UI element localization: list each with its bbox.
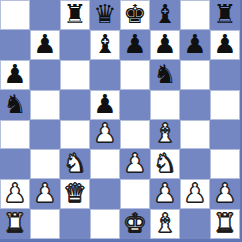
- square-h1[interactable]: ♜: [210, 209, 240, 239]
- white-pawn-b2[interactable]: ♟: [33, 180, 56, 206]
- square-a8[interactable]: [0, 0, 30, 30]
- square-e3[interactable]: ♟: [120, 149, 150, 179]
- square-a1[interactable]: ♜: [0, 209, 30, 239]
- square-b8[interactable]: [30, 0, 60, 30]
- black-queen-d8[interactable]: ♛: [93, 1, 116, 27]
- white-bishop-f1[interactable]: ♝: [153, 210, 176, 236]
- square-h8[interactable]: ♜: [210, 0, 240, 30]
- square-g1[interactable]: [180, 209, 210, 239]
- square-b4[interactable]: [30, 120, 60, 150]
- white-knight-c3[interactable]: ♞: [63, 150, 86, 176]
- square-g4[interactable]: [180, 120, 210, 150]
- white-pawn-a2[interactable]: ♟: [3, 180, 26, 206]
- square-a5[interactable]: ♞: [0, 90, 30, 120]
- black-pawn-e7[interactable]: ♟: [123, 31, 146, 57]
- white-knight-f3[interactable]: ♞: [153, 150, 176, 176]
- square-d5[interactable]: ♟: [90, 90, 120, 120]
- square-f3[interactable]: ♞: [150, 149, 180, 179]
- square-a3[interactable]: [0, 149, 30, 179]
- white-pawn-f2[interactable]: ♟: [153, 180, 176, 206]
- white-queen-c2[interactable]: ♛: [63, 180, 86, 206]
- square-e1[interactable]: ♚: [120, 209, 150, 239]
- black-knight-a5[interactable]: ♞: [3, 91, 26, 117]
- square-b7[interactable]: ♟: [30, 30, 60, 60]
- square-e5[interactable]: [120, 90, 150, 120]
- black-pawn-a6[interactable]: ♟: [3, 61, 26, 87]
- square-c6[interactable]: [60, 60, 90, 90]
- square-f7[interactable]: ♟: [150, 30, 180, 60]
- square-d6[interactable]: [90, 60, 120, 90]
- square-e8[interactable]: ♚: [120, 0, 150, 30]
- white-pawn-g2[interactable]: ♟: [183, 180, 206, 206]
- square-c3[interactable]: ♞: [60, 149, 90, 179]
- square-e6[interactable]: [120, 60, 150, 90]
- square-e7[interactable]: ♟: [120, 30, 150, 60]
- square-a6[interactable]: ♟: [0, 60, 30, 90]
- square-h7[interactable]: ♟: [210, 30, 240, 60]
- square-a2[interactable]: ♟: [0, 179, 30, 209]
- square-g5[interactable]: [180, 90, 210, 120]
- white-rook-h1[interactable]: ♜: [213, 210, 236, 236]
- square-b6[interactable]: [30, 60, 60, 90]
- white-king-e1[interactable]: ♚: [123, 210, 146, 236]
- square-d8[interactable]: ♛: [90, 0, 120, 30]
- square-d3[interactable]: [90, 149, 120, 179]
- square-f5[interactable]: [150, 90, 180, 120]
- black-bishop-f8[interactable]: ♝: [153, 1, 176, 27]
- square-b3[interactable]: [30, 149, 60, 179]
- square-f4[interactable]: ♝: [150, 120, 180, 150]
- square-g8[interactable]: [180, 0, 210, 30]
- black-king-e8[interactable]: ♚: [123, 1, 146, 27]
- square-d7[interactable]: ♝: [90, 30, 120, 60]
- square-h2[interactable]: ♟: [210, 179, 240, 209]
- square-d4[interactable]: ♟: [90, 120, 120, 150]
- square-f6[interactable]: ♞: [150, 60, 180, 90]
- square-d1[interactable]: [90, 209, 120, 239]
- white-pawn-e3[interactable]: ♟: [123, 150, 146, 176]
- square-d2[interactable]: [90, 179, 120, 209]
- square-c5[interactable]: [60, 90, 90, 120]
- white-pawn-d4[interactable]: ♟: [93, 120, 116, 146]
- black-pawn-h7[interactable]: ♟: [213, 31, 236, 57]
- black-pawn-d5[interactable]: ♟: [93, 91, 116, 117]
- square-g2[interactable]: ♟: [180, 179, 210, 209]
- square-c1[interactable]: [60, 209, 90, 239]
- black-rook-h8[interactable]: ♜: [213, 1, 236, 27]
- square-f8[interactable]: ♝: [150, 0, 180, 30]
- square-c8[interactable]: ♜: [60, 0, 90, 30]
- black-rook-c8[interactable]: ♜: [63, 1, 86, 27]
- square-b2[interactable]: ♟: [30, 179, 60, 209]
- square-e4[interactable]: [120, 120, 150, 150]
- white-pawn-h2[interactable]: ♟: [213, 180, 236, 206]
- square-a4[interactable]: [0, 120, 30, 150]
- square-c7[interactable]: [60, 30, 90, 60]
- square-e2[interactable]: [120, 179, 150, 209]
- black-pawn-b7[interactable]: ♟: [33, 31, 56, 57]
- white-bishop-f4[interactable]: ♝: [153, 120, 176, 146]
- square-h4[interactable]: [210, 120, 240, 150]
- black-knight-f6[interactable]: ♞: [153, 61, 176, 87]
- square-a7[interactable]: [0, 30, 30, 60]
- square-c4[interactable]: [60, 120, 90, 150]
- white-rook-a1[interactable]: ♜: [3, 210, 26, 236]
- square-c2[interactable]: ♛: [60, 179, 90, 209]
- black-bishop-d7[interactable]: ♝: [93, 31, 116, 57]
- square-g7[interactable]: ♟: [180, 30, 210, 60]
- black-pawn-g7[interactable]: ♟: [183, 31, 206, 57]
- black-pawn-f7[interactable]: ♟: [153, 31, 176, 57]
- square-b1[interactable]: [30, 209, 60, 239]
- square-b5[interactable]: [30, 90, 60, 120]
- square-f1[interactable]: ♝: [150, 209, 180, 239]
- square-g6[interactable]: [180, 60, 210, 90]
- square-h6[interactable]: [210, 60, 240, 90]
- chess-board: ♜♛♚♝♜♟♝♟♟♟♟♟♞♞♟♟♝♞♟♞♟♟♛♟♟♟♜♚♝♜: [0, 0, 242, 242]
- square-g3[interactable]: [180, 149, 210, 179]
- square-h5[interactable]: [210, 90, 240, 120]
- square-f2[interactable]: ♟: [150, 179, 180, 209]
- square-h3[interactable]: [210, 149, 240, 179]
